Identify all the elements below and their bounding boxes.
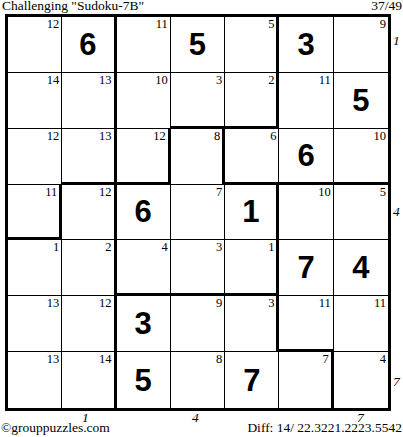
cell-r4c6[interactable]: 10 [279,185,333,241]
corner-number: 13 [47,352,60,366]
given-number: 5 [189,29,206,60]
cell-r5c6[interactable]: 7 [279,240,333,296]
cell-r4c3[interactable]: 6 [117,185,171,241]
cell-r1c3[interactable]: 11 [117,17,171,73]
cell-r1c6[interactable]: 3 [279,17,333,73]
cell-r3c3[interactable]: 12 [117,129,171,185]
cell-r6c4[interactable]: 9 [171,296,225,352]
corner-number: 13 [99,73,112,87]
corner-number: 12 [99,185,112,199]
corner-number: 4 [380,352,386,366]
corner-number: 10 [318,185,331,199]
given-number: 5 [135,365,152,396]
corner-number: 9 [380,17,386,31]
cell-r2c2[interactable]: 13 [62,73,116,129]
given-number: 7 [243,365,260,396]
corner-number: 3 [216,73,222,87]
corner-number: 12 [99,296,112,310]
cell-r3c4[interactable]: 8 [171,129,225,185]
given-number: 4 [352,252,369,283]
corner-number: 8 [214,129,220,143]
corner-number: 5 [380,185,386,199]
cell-r3c5[interactable]: 6 [225,129,279,185]
cell-r7c2[interactable]: 14 [62,352,116,408]
given-number: 3 [135,308,152,339]
cell-r6c3[interactable]: 3 [117,296,171,352]
copyright-text: ©grouppuzzles.com [1,420,110,436]
given-number: 3 [297,29,314,60]
given-number: 1 [242,196,259,227]
row-label-4: 4 [393,204,400,220]
cell-r2c6[interactable]: 11 [279,73,333,129]
corner-number: 11 [45,185,57,199]
cell-r2c3[interactable]: 10 [117,73,171,129]
corner-number: 1 [268,240,274,254]
cell-r5c1[interactable]: 1 [8,240,62,296]
cell-r6c5[interactable]: 3 [225,296,279,352]
cell-r5c3[interactable]: 4 [117,240,171,296]
cell-r5c2[interactable]: 2 [62,240,116,296]
corner-number: 3 [216,240,222,254]
given-number: 5 [352,85,369,116]
cell-r6c7[interactable]: 11 [334,296,388,352]
cell-r4c7[interactable]: 5 [334,185,388,241]
corner-number: 10 [155,73,168,87]
cell-r5c7[interactable]: 4 [334,240,388,296]
cell-r5c5[interactable]: 1 [225,240,279,296]
difficulty-text: Diff: 14/ 22.3221.2223.5542 [247,420,402,436]
cell-r7c7[interactable]: 4 [334,352,388,408]
given-number: 7 [297,252,314,283]
cell-r1c1[interactable]: 12 [8,17,62,73]
corner-number: 5 [268,17,274,31]
corner-number: 3 [268,296,274,310]
cell-r4c2[interactable]: 12 [62,185,116,241]
corner-number: 12 [153,129,166,143]
row-label-1: 1 [393,33,400,49]
corner-number: 11 [319,296,331,310]
corner-number: 11 [319,73,331,87]
cell-r3c6[interactable]: 6 [279,129,333,185]
cell-r4c5[interactable]: 1 [225,185,279,241]
cell-r7c4[interactable]: 8 [171,352,225,408]
cell-r2c5[interactable]: 2 [225,73,279,129]
sudoku-grid: 1261155391413103211512131286610111267110… [5,14,391,411]
corner-number: 11 [156,17,168,31]
cell-r3c2[interactable]: 13 [62,129,116,185]
given-number: 6 [135,196,152,227]
corner-number: 12 [47,17,60,31]
corner-number: 12 [47,129,60,143]
cell-r6c2[interactable]: 12 [62,296,116,352]
corner-number: 11 [374,296,386,310]
cell-r3c1[interactable]: 12 [8,129,62,185]
cell-r3c7[interactable]: 10 [334,129,388,185]
cell-r5c4[interactable]: 3 [171,240,225,296]
corner-number: 14 [99,352,112,366]
cell-r7c6[interactable]: 7 [279,352,333,408]
corner-number: 13 [99,129,112,143]
corner-number: 7 [322,352,328,366]
corner-number: 6 [270,129,276,143]
cell-r2c7[interactable]: 5 [334,73,388,129]
cell-r6c1[interactable]: 13 [8,296,62,352]
given-number: 6 [79,29,96,60]
corner-number: 9 [216,296,222,310]
cell-r4c4[interactable]: 7 [171,185,225,241]
cell-r1c5[interactable]: 5 [225,17,279,73]
progress-counter: 37/49 [371,0,402,14]
corner-number: 8 [216,352,222,366]
corner-number: 13 [47,296,60,310]
cell-r4c1[interactable]: 11 [8,185,62,241]
row-label-7: 7 [393,374,400,390]
cell-r6c6[interactable]: 11 [279,296,333,352]
corner-number: 4 [162,240,168,254]
corner-number: 10 [373,129,386,143]
corner-number: 7 [216,185,222,199]
puzzle-page: Challenging "Sudoku-7B" 37/49 1261155391… [0,0,403,437]
page-title: Challenging "Sudoku-7B" [2,0,144,14]
cell-r7c3[interactable]: 5 [117,352,171,408]
given-number: 6 [297,140,314,171]
cell-r1c4[interactable]: 5 [171,17,225,73]
cell-r1c7[interactable]: 9 [334,17,388,73]
corner-number: 14 [47,73,60,87]
corner-number: 2 [105,240,111,254]
cell-r7c1[interactable]: 13 [8,352,62,408]
corner-number: 1 [53,240,59,254]
cell-r2c1[interactable]: 14 [8,73,62,129]
corner-number: 2 [268,73,274,87]
col-label-4: 4 [192,410,199,426]
cell-r1c2[interactable]: 6 [62,17,116,73]
cell-r2c4[interactable]: 3 [171,73,225,129]
cell-r7c5[interactable]: 7 [225,352,279,408]
